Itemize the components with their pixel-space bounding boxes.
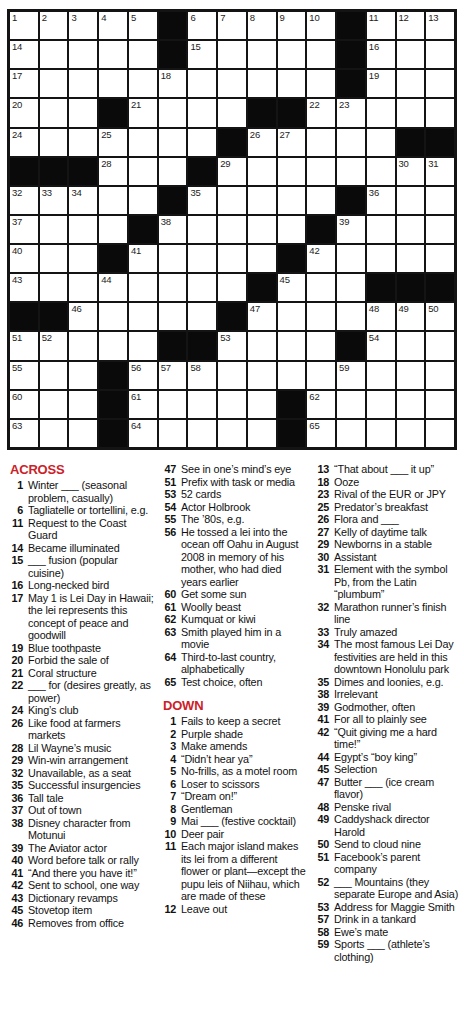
grid-cell[interactable]	[337, 245, 365, 272]
grid-cell[interactable]	[129, 332, 157, 359]
clue-item: 60Get some sun	[161, 588, 309, 601]
grid-cell[interactable]	[337, 158, 365, 185]
grid-cell[interactable]	[397, 99, 425, 126]
grid-cell[interactable]	[129, 41, 157, 68]
grid-cell[interactable]: 12	[397, 12, 425, 39]
grid-cell[interactable]	[248, 362, 276, 389]
grid-cell[interactable]	[426, 332, 454, 359]
grid-cell[interactable]: 3	[69, 12, 97, 39]
clue-item: 45Selection	[314, 763, 462, 776]
clue-number: 49	[314, 813, 329, 826]
grid-cell[interactable]	[69, 274, 97, 301]
grid-cell[interactable]: 5	[129, 12, 157, 39]
cell-number: 32	[12, 188, 22, 198]
clue-number: 58	[314, 926, 329, 939]
clue-item: 25Predator’s breakfast	[314, 501, 462, 514]
grid-cell[interactable]: 52	[40, 332, 68, 359]
clue-text: May 1 is Lei Day in Hawaii; the lei repr…	[28, 592, 155, 642]
grid-cell[interactable]: 4	[99, 12, 127, 39]
clue-text: Removes from office	[28, 917, 155, 930]
cell-number: 17	[12, 71, 22, 81]
grid-cell[interactable]	[159, 303, 187, 330]
grid-cell[interactable]	[188, 99, 216, 126]
grid-cell[interactable]: 55	[10, 362, 38, 389]
grid-cell[interactable]: 36	[367, 187, 395, 214]
grid-cell[interactable]	[69, 391, 97, 418]
clue-number: 59	[314, 938, 329, 951]
grid-cell[interactable]: 48	[367, 303, 395, 330]
cell-number: 30	[399, 159, 409, 169]
clue-text: Element with the symbol Pb, from the Lat…	[334, 563, 461, 601]
grid-cell[interactable]: 30	[397, 158, 425, 185]
grid-cell[interactable]	[40, 274, 68, 301]
cell-number: 34	[71, 188, 81, 198]
grid-cell[interactable]	[99, 41, 127, 68]
clue-item: 51Prefix with task or media	[161, 476, 309, 489]
grid-cell[interactable]: 15	[188, 41, 216, 68]
clue-text: Caddyshack director Harold	[334, 813, 461, 838]
grid-cell[interactable]: 28	[99, 158, 127, 185]
grid-cell[interactable]	[307, 332, 335, 359]
grid-cell[interactable]: 7	[218, 12, 246, 39]
clue-item: 39The Aviator actor	[8, 842, 156, 855]
grid-cell[interactable]	[397, 245, 425, 272]
black-cell	[278, 99, 306, 126]
cell-number: 62	[309, 392, 319, 402]
grid-cell[interactable]	[218, 99, 246, 126]
grid-cell[interactable]: 31	[426, 158, 454, 185]
grid-cell[interactable]: 23	[337, 99, 365, 126]
grid-cell[interactable]	[69, 332, 97, 359]
clue-text: Tagliatelle or tortellini, e.g.	[28, 504, 155, 517]
grid-cell[interactable]: 2	[40, 12, 68, 39]
clue-number: 44	[314, 751, 329, 764]
grid-cell[interactable]: 57	[159, 362, 187, 389]
black-cell	[159, 332, 187, 359]
grid-cell[interactable]: 44	[99, 274, 127, 301]
grid-cell[interactable]: 8	[248, 12, 276, 39]
clue-number: 62	[161, 613, 176, 626]
cell-number: 42	[309, 246, 319, 256]
grid-cell[interactable]	[397, 70, 425, 97]
cell-number: 61	[131, 392, 141, 402]
grid-cell[interactable]: 20	[10, 99, 38, 126]
grid-cell[interactable]	[188, 391, 216, 418]
grid-cell[interactable]	[248, 41, 276, 68]
clue-text: Loser to scissors	[181, 778, 308, 791]
grid-cell[interactable]	[69, 245, 97, 272]
clue-text: ___ fusion (popular cuisine)	[28, 554, 155, 579]
grid-cell[interactable]	[69, 70, 97, 97]
grid-cell[interactable]: 14	[10, 41, 38, 68]
black-cell	[248, 274, 276, 301]
clue-text: Test choice, often	[181, 676, 308, 689]
grid-cell[interactable]	[129, 303, 157, 330]
grid-cell[interactable]	[397, 332, 425, 359]
clue-number: 12	[161, 903, 176, 916]
grid-cell[interactable]: 50	[426, 303, 454, 330]
grid-cell[interactable]	[367, 99, 395, 126]
grid-cell[interactable]	[248, 187, 276, 214]
clue-text: Rival of the EUR or JPY	[334, 488, 461, 501]
grid-cell[interactable]	[337, 129, 365, 156]
grid-cell[interactable]	[307, 187, 335, 214]
clue-item: 29Newborns in a stable	[314, 538, 462, 551]
grid-cell[interactable]	[218, 245, 246, 272]
grid-cell[interactable]: 40	[10, 245, 38, 272]
grid-cell[interactable]: 27	[278, 129, 306, 156]
grid-cell[interactable]: 9	[278, 12, 306, 39]
grid-cell[interactable]	[337, 274, 365, 301]
grid-cell[interactable]	[397, 420, 425, 447]
grid-cell[interactable]: 1	[10, 12, 38, 39]
grid-cell[interactable]	[188, 216, 216, 243]
grid-cell[interactable]	[99, 187, 127, 214]
clue-number: 26	[314, 513, 329, 526]
black-cell	[397, 129, 425, 156]
clue-text: Stovetop item	[28, 904, 155, 917]
clue-text: “Quit giving me a hard time!”	[334, 726, 461, 751]
grid-cell[interactable]	[188, 420, 216, 447]
grid-cell[interactable]	[248, 158, 276, 185]
grid-cell[interactable]	[307, 70, 335, 97]
grid-cell[interactable]	[278, 41, 306, 68]
grid-cell[interactable]	[426, 187, 454, 214]
clue-text: Gentleman	[181, 803, 308, 816]
black-cell	[99, 391, 127, 418]
cell-number: 5	[131, 13, 136, 23]
grid-cell[interactable]: 13	[426, 12, 454, 39]
cell-number: 35	[190, 188, 200, 198]
grid-cell[interactable]	[129, 129, 157, 156]
clue-number: 35	[8, 779, 23, 792]
cell-number: 19	[369, 71, 379, 81]
clue-number: 11	[161, 840, 176, 853]
grid-cell[interactable]	[337, 420, 365, 447]
grid-cell[interactable]: 26	[248, 129, 276, 156]
grid-cell[interactable]: 43	[10, 274, 38, 301]
grid-cell[interactable]	[337, 303, 365, 330]
clue-item: 47See in one’s mind’s eye	[161, 463, 309, 476]
grid-cell[interactable]	[397, 216, 425, 243]
clue-text: Mai ___ (festive cocktail)	[181, 815, 308, 828]
grid-cell[interactable]	[307, 41, 335, 68]
grid-cell[interactable]	[307, 158, 335, 185]
clue-item: 15___ fusion (popular cuisine)	[8, 554, 156, 579]
grid-cell[interactable]	[248, 70, 276, 97]
grid-cell[interactable]: 59	[337, 362, 365, 389]
grid-cell[interactable]: 46	[69, 303, 97, 330]
clue-item: 59Sports ___ (athlete’s clothing)	[314, 938, 462, 963]
clue-item: 19Blue toothpaste	[8, 642, 156, 655]
clue-text: “That about ___ it up”	[334, 463, 461, 476]
grid-cell[interactable]	[248, 216, 276, 243]
grid-cell[interactable]	[69, 420, 97, 447]
grid-cell[interactable]	[397, 362, 425, 389]
grid-cell[interactable]: 21	[129, 99, 157, 126]
grid-cell[interactable]: 18	[159, 70, 187, 97]
grid-cell[interactable]	[99, 303, 127, 330]
grid-cell[interactable]	[218, 187, 246, 214]
grid-cell[interactable]	[69, 216, 97, 243]
grid-cell[interactable]: 32	[10, 187, 38, 214]
grid-cell[interactable]: 16	[367, 41, 395, 68]
clue-number: 5	[161, 765, 176, 778]
grid-cell[interactable]: 25	[99, 129, 127, 156]
black-cell	[159, 12, 187, 39]
grid-cell[interactable]: 64	[129, 420, 157, 447]
grid-cell[interactable]	[426, 362, 454, 389]
grid-cell[interactable]	[367, 158, 395, 185]
clue-text: Predator’s breakfast	[334, 501, 461, 514]
grid-cell[interactable]	[307, 274, 335, 301]
grid-cell[interactable]	[159, 99, 187, 126]
grid-cell[interactable]	[397, 391, 425, 418]
clue-number: 39	[314, 701, 329, 714]
grid-cell[interactable]	[307, 303, 335, 330]
grid-cell[interactable]	[337, 391, 365, 418]
grid-cell[interactable]	[426, 216, 454, 243]
grid-cell[interactable]: 54	[367, 332, 395, 359]
cell-number: 26	[250, 130, 260, 140]
cell-number: 50	[428, 304, 438, 314]
grid-cell[interactable]	[188, 70, 216, 97]
grid-cell[interactable]: 53	[218, 332, 246, 359]
grid-cell[interactable]: 61	[129, 391, 157, 418]
grid-cell[interactable]	[40, 216, 68, 243]
grid-cell[interactable]	[426, 245, 454, 272]
black-cell	[307, 216, 335, 243]
black-cell	[10, 158, 38, 185]
grid-cell[interactable]	[426, 99, 454, 126]
clue-item: 46Removes from office	[8, 917, 156, 930]
grid-cell[interactable]	[367, 420, 395, 447]
grid-cell[interactable]	[159, 391, 187, 418]
grid-cell[interactable]: 49	[397, 303, 425, 330]
grid-cell[interactable]	[159, 158, 187, 185]
grid-cell[interactable]: 38	[159, 216, 187, 243]
grid-cell[interactable]	[159, 420, 187, 447]
black-cell	[426, 129, 454, 156]
grid-cell[interactable]: 11	[367, 12, 395, 39]
clue-number: 20	[8, 654, 23, 667]
grid-cell[interactable]	[307, 362, 335, 389]
grid-cell[interactable]	[426, 70, 454, 97]
grid-cell[interactable]	[99, 216, 127, 243]
grid-cell[interactable]	[426, 391, 454, 418]
clue-item: 28Lil Wayne’s music	[8, 742, 156, 755]
clue-item: 35Dimes and loonies, e.g.	[314, 676, 462, 689]
grid-cell[interactable]	[248, 420, 276, 447]
black-cell	[159, 41, 187, 68]
clue-text: Butter ___ (ice cream flavor)	[334, 776, 461, 801]
grid-cell[interactable]: 42	[307, 245, 335, 272]
grid-cell[interactable]: 45	[278, 274, 306, 301]
grid-cell[interactable]	[218, 391, 246, 418]
clue-number: 28	[8, 742, 23, 755]
clue-item: 35Successful insurgencies	[8, 779, 156, 792]
grid-cell[interactable]: 62	[307, 391, 335, 418]
clue-item: 42Sent to school, one way	[8, 879, 156, 892]
grid-cell[interactable]	[99, 332, 127, 359]
grid-cell[interactable]	[397, 187, 425, 214]
grid-cell[interactable]: 17	[10, 70, 38, 97]
black-cell	[337, 41, 365, 68]
grid-cell[interactable]	[426, 420, 454, 447]
grid-cell[interactable]	[69, 129, 97, 156]
clue-text: ___ Mountains (they separate Europe and …	[334, 876, 461, 901]
grid-cell[interactable]	[188, 245, 216, 272]
clue-number: 41	[314, 713, 329, 726]
grid-cell[interactable]	[248, 391, 276, 418]
grid-cell[interactable]	[367, 216, 395, 243]
cell-number: 12	[399, 13, 409, 23]
clue-text: “Didn’t hear ya”	[181, 753, 308, 766]
grid-cell[interactable]	[188, 129, 216, 156]
grid-cell[interactable]: 65	[307, 420, 335, 447]
clue-number: 8	[161, 803, 176, 816]
grid-cell[interactable]: 47	[248, 303, 276, 330]
clue-number: 10	[161, 828, 176, 841]
clue-item: 34The most famous Lei Day festivities ar…	[314, 638, 462, 676]
clue-item: 6Loser to scissors	[161, 778, 309, 791]
grid-cell[interactable]	[69, 41, 97, 68]
clue-number: 22	[8, 679, 23, 692]
grid-cell[interactable]: 51	[10, 332, 38, 359]
grid-cell[interactable]	[129, 158, 157, 185]
clue-number: 54	[161, 501, 176, 514]
grid-cell[interactable]	[426, 41, 454, 68]
grid-cell[interactable]	[159, 274, 187, 301]
clue-text: Woolly beast	[181, 601, 308, 614]
grid-cell[interactable]: 60	[10, 391, 38, 418]
clue-text: Kelly of daytime talk	[334, 526, 461, 539]
clue-text: Became illuminated	[28, 542, 155, 555]
grid-cell[interactable]: 22	[307, 99, 335, 126]
grid-cell[interactable]	[188, 274, 216, 301]
grid-cell[interactable]	[69, 99, 97, 126]
grid-cell[interactable]: 19	[367, 70, 395, 97]
clue-item: 41“And there you have it!”	[8, 867, 156, 880]
clue-number: 47	[161, 463, 176, 476]
cell-number: 60	[12, 392, 22, 402]
grid-cell[interactable]: 24	[10, 129, 38, 156]
grid-cell[interactable]	[129, 70, 157, 97]
cell-number: 8	[250, 13, 255, 23]
grid-cell[interactable]	[188, 303, 216, 330]
grid-cell[interactable]	[367, 129, 395, 156]
clue-item: 33Truly amazed	[314, 626, 462, 639]
grid-cell[interactable]	[397, 41, 425, 68]
clue-item: 26Like food at farmers markets	[8, 717, 156, 742]
grid-cell[interactable]: 35	[188, 187, 216, 214]
grid-cell[interactable]	[218, 420, 246, 447]
clue-number: 2	[161, 728, 176, 741]
across-clues-part2: 47See in one’s mind’s eye51Prefix with t…	[161, 463, 309, 688]
grid-cell[interactable]: 6	[188, 12, 216, 39]
clue-text: Get some sun	[181, 588, 308, 601]
clue-text: 52 cards	[181, 488, 308, 501]
cell-number: 54	[369, 333, 379, 343]
cell-number: 41	[131, 246, 141, 256]
clue-text: Dimes and loonies, e.g.	[334, 676, 461, 689]
grid-cell[interactable]: 37	[10, 216, 38, 243]
grid-cell[interactable]	[129, 187, 157, 214]
clues-section: ACROSS 1Winter ___ (seasonal problem, ca…	[8, 463, 462, 963]
grid-cell[interactable]	[307, 129, 335, 156]
grid-cell[interactable]: 10	[307, 12, 335, 39]
grid-cell[interactable]	[367, 245, 395, 272]
grid-cell[interactable]	[129, 274, 157, 301]
grid-cell[interactable]	[278, 216, 306, 243]
grid-cell[interactable]	[218, 41, 246, 68]
grid-cell[interactable]: 29	[218, 158, 246, 185]
cell-number: 11	[369, 13, 378, 23]
grid-cell[interactable]: 34	[69, 187, 97, 214]
grid-cell[interactable]: 41	[129, 245, 157, 272]
clue-item: 61Woolly beast	[161, 601, 309, 614]
grid-cell[interactable]	[278, 303, 306, 330]
grid-cell[interactable]	[40, 362, 68, 389]
clue-number: 46	[8, 917, 23, 930]
clue-item: 16Long-necked bird	[8, 579, 156, 592]
grid-cell[interactable]	[248, 332, 276, 359]
clue-text: Deer pair	[181, 828, 308, 841]
clue-text: Disney character from Motunui	[28, 817, 155, 842]
clue-number: 27	[314, 526, 329, 539]
grid-cell[interactable]	[40, 391, 68, 418]
grid-cell[interactable]	[218, 70, 246, 97]
grid-cell[interactable]	[278, 158, 306, 185]
grid-cell[interactable]: 56	[129, 362, 157, 389]
black-cell	[99, 99, 127, 126]
black-cell	[99, 245, 127, 272]
grid-cell[interactable]	[248, 245, 276, 272]
cell-number: 65	[309, 421, 319, 431]
cell-number: 13	[428, 13, 438, 23]
grid-cell[interactable]	[99, 70, 127, 97]
grid-cell[interactable]: 39	[337, 216, 365, 243]
clue-item: 8Gentleman	[161, 803, 309, 816]
grid-cell[interactable]	[367, 362, 395, 389]
clue-text: Facebook’s parent company	[334, 851, 461, 876]
grid-cell[interactable]	[367, 391, 395, 418]
grid-cell[interactable]	[218, 362, 246, 389]
clue-item: 22___ for (desires greatly, as power)	[8, 679, 156, 704]
grid-cell[interactable]: 58	[188, 362, 216, 389]
grid-cell[interactable]	[278, 187, 306, 214]
grid-cell[interactable]: 63	[10, 420, 38, 447]
grid-cell[interactable]	[278, 332, 306, 359]
grid-cell[interactable]	[218, 216, 246, 243]
grid-cell[interactable]	[218, 274, 246, 301]
grid-cell[interactable]	[159, 129, 187, 156]
grid-cell[interactable]	[159, 245, 187, 272]
grid-cell[interactable]	[40, 245, 68, 272]
grid-cell[interactable]	[40, 70, 68, 97]
grid-cell[interactable]	[40, 41, 68, 68]
grid-cell[interactable]: 33	[40, 187, 68, 214]
black-cell	[278, 245, 306, 272]
grid-cell[interactable]	[278, 70, 306, 97]
clue-item: 7“Dream on!”	[161, 790, 309, 803]
grid-cell[interactable]	[40, 99, 68, 126]
grid-cell[interactable]	[278, 362, 306, 389]
grid-cell[interactable]	[69, 362, 97, 389]
grid-cell[interactable]	[40, 129, 68, 156]
grid-cell[interactable]	[40, 420, 68, 447]
black-cell	[218, 303, 246, 330]
